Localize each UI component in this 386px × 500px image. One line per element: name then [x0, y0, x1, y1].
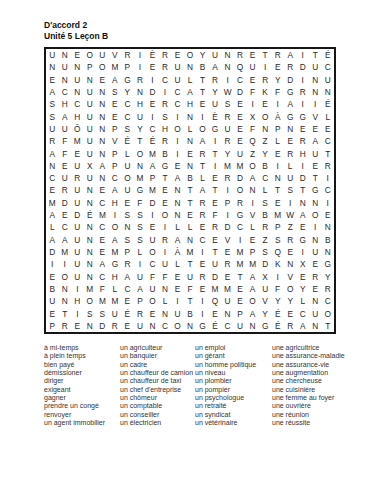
grid-cell: R — [259, 74, 272, 86]
grid-cell: E — [296, 221, 309, 233]
grid-cell: M — [146, 184, 159, 196]
word-list-column: un agriculteurun banquierun cadreun chau… — [120, 344, 195, 427]
grid-cell: E — [146, 221, 159, 233]
grid-cell: I — [296, 98, 309, 110]
grid-cell: E — [46, 184, 59, 196]
grid-cell: L — [184, 74, 197, 86]
grid-cell: C — [146, 258, 159, 270]
grid-cell: D — [259, 258, 272, 270]
grid-cell: Y — [259, 147, 272, 159]
word-item: démissioner — [44, 369, 120, 377]
grid-cell: U — [321, 74, 334, 86]
grid-cell: M — [109, 246, 122, 258]
grid-cell: Z — [259, 234, 272, 246]
grid-cell: V — [109, 49, 122, 61]
grid-cell: N — [84, 258, 97, 270]
grid-cell: U — [134, 320, 147, 332]
grid-cell: A — [96, 258, 109, 270]
grid-cell: U — [59, 172, 72, 184]
grid-cell: D — [146, 86, 159, 98]
grid-cell: R — [296, 135, 309, 147]
grid-cell: G — [309, 184, 322, 196]
grid-cell: U — [146, 234, 159, 246]
grid-cell: N — [309, 320, 322, 332]
grid-cell: R — [309, 270, 322, 282]
grid-cell: N — [259, 123, 272, 135]
grid-cell: R — [259, 221, 272, 233]
grid-cell: E — [234, 295, 247, 307]
grid-cell: N — [171, 209, 184, 221]
grid-cell: R — [196, 147, 209, 159]
grid-cell: C — [234, 74, 247, 86]
grid-cell: S — [121, 209, 134, 221]
grid-cell: U — [209, 258, 222, 270]
word-list-column: à mi-tempsà plein tempsbien payédémissio… — [44, 344, 120, 427]
grid-cell: A — [296, 209, 309, 221]
grid-cell: E — [96, 234, 109, 246]
grid-cell: C — [296, 307, 309, 319]
grid-cell: E — [271, 197, 284, 209]
grid-cell: G — [321, 258, 334, 270]
grid-cell: E — [196, 258, 209, 270]
word-item: un homme politique — [195, 361, 272, 369]
grid-cell: M — [46, 197, 59, 209]
grid-cell: A — [46, 234, 59, 246]
grid-cell: U — [46, 49, 59, 61]
word-item: gagner — [44, 394, 120, 402]
grid-cell: T — [259, 49, 272, 61]
grid-cell: O — [96, 61, 109, 73]
grid-cell: E — [209, 307, 222, 319]
grid-cell: S — [46, 98, 59, 110]
grid-cell: F — [134, 197, 147, 209]
grid-cell: E — [71, 49, 84, 61]
grid-cell: H — [159, 123, 172, 135]
grid-cell: C — [59, 221, 72, 233]
grid-cell: X — [246, 111, 259, 123]
grid-cell: N — [321, 221, 334, 233]
grid-cell: E — [296, 270, 309, 282]
word-item: une augmentation — [272, 369, 384, 377]
grid-cell: T — [196, 160, 209, 172]
grid-cell: D — [234, 172, 247, 184]
grid-cell: A — [184, 86, 197, 98]
grid-cell: O — [259, 111, 272, 123]
grid-cell: U — [59, 123, 72, 135]
grid-cell: N — [171, 184, 184, 196]
grid-cell: O — [59, 270, 72, 282]
grid-cell: R — [134, 307, 147, 319]
grid-cell: C — [46, 172, 59, 184]
grid-cell: I — [321, 172, 334, 184]
grid-cell: E — [234, 135, 247, 147]
grid-cell: F — [96, 283, 109, 295]
grid-cell: X — [84, 160, 97, 172]
grid-cell: L — [271, 135, 284, 147]
grid-cell: T — [234, 270, 247, 282]
grid-cell: D — [296, 172, 309, 184]
grid-cell: O — [146, 246, 159, 258]
grid-cell: S — [284, 184, 297, 196]
grid-cell: L — [134, 246, 147, 258]
grid-cell: U — [121, 160, 134, 172]
word-item: une ouvrière — [272, 402, 384, 410]
grid-cell: I — [259, 61, 272, 73]
grid-cell: G — [284, 111, 297, 123]
grid-cell: N — [46, 61, 59, 73]
grid-cell: N — [46, 160, 59, 172]
grid-cell: N — [171, 197, 184, 209]
grid-cell: U — [246, 61, 259, 73]
word-item: une femme au foyer — [272, 394, 384, 402]
grid-cell: E — [121, 295, 134, 307]
grid-cell: E — [46, 74, 59, 86]
grid-cell: H — [71, 111, 84, 123]
grid-cell: U — [159, 258, 172, 270]
grid-cell: S — [46, 111, 59, 123]
word-item: un banquier — [120, 352, 195, 360]
grid-cell: À — [271, 111, 284, 123]
grid-cell: T — [184, 184, 197, 196]
grid-cell: O — [196, 123, 209, 135]
grid-cell: M — [221, 283, 234, 295]
word-list: à mi-tempsà plein tempsbien payédémissio… — [44, 344, 384, 427]
grid-cell: N — [96, 86, 109, 98]
grid-cell: E — [284, 307, 297, 319]
grid-cell: I — [159, 86, 172, 98]
grid-cell: F — [146, 270, 159, 282]
grid-cell: R — [284, 234, 297, 246]
grid-cell: U — [134, 111, 147, 123]
grid-cell: U — [84, 172, 97, 184]
grid-cell: G — [109, 258, 122, 270]
grid-cell: E — [234, 98, 247, 110]
grid-cell: A — [109, 234, 122, 246]
grid-cell: R — [159, 98, 172, 110]
grid-cell: E — [284, 246, 297, 258]
grid-cell: E — [246, 74, 259, 86]
grid-cell: C — [96, 197, 109, 209]
word-item: un vétérinaire — [195, 419, 272, 427]
grid-cell: N — [96, 123, 109, 135]
word-item: un cadre — [120, 361, 195, 369]
grid-cell: E — [59, 160, 72, 172]
grid-cell: U — [171, 74, 184, 86]
word-item: diriger — [44, 377, 120, 385]
grid-cell: A — [296, 320, 309, 332]
grid-cell: P — [121, 246, 134, 258]
word-item: un électricien — [120, 419, 195, 427]
grid-cell: E — [221, 270, 234, 282]
grid-cell: A — [46, 86, 59, 98]
grid-cell: O — [246, 160, 259, 172]
grid-cell: S — [134, 209, 147, 221]
grid-cell: O — [171, 320, 184, 332]
grid-cell: I — [171, 295, 184, 307]
grid-cell: L — [259, 184, 272, 196]
grid-cell: T — [209, 147, 222, 159]
grid-cell: R — [196, 209, 209, 221]
grid-cell: I — [171, 135, 184, 147]
grid-cell: O — [134, 147, 147, 159]
grid-cell: È — [146, 49, 159, 61]
grid-cell: E — [209, 197, 222, 209]
grid-cell: R — [209, 221, 222, 233]
grid-cell: E — [159, 184, 172, 196]
grid-cell: Y — [121, 86, 134, 98]
word-item: une réunion — [272, 411, 384, 419]
grid-cell: O — [121, 172, 134, 184]
grid-cell: C — [146, 123, 159, 135]
grid-cell: L — [284, 160, 297, 172]
grid-cell: N — [96, 135, 109, 147]
word-list-column: un emploiun gérantun homme politiqueun n… — [195, 344, 272, 427]
grid-cell: U — [84, 111, 97, 123]
grid-cell: N — [309, 74, 322, 86]
word-item: un chauffeur de camion — [120, 369, 195, 377]
grid-cell: M — [209, 283, 222, 295]
grid-cell: C — [71, 98, 84, 110]
grid-cell: E — [46, 307, 59, 319]
grid-cell: D — [146, 197, 159, 209]
grid-cell: E — [309, 258, 322, 270]
grid-cell: R — [196, 197, 209, 209]
grid-cell: I — [146, 209, 159, 221]
grid-cell: E — [59, 209, 72, 221]
grid-cell: M — [84, 283, 97, 295]
grid-cell: F — [159, 270, 172, 282]
grid-cell: E — [96, 74, 109, 86]
grid-cell: T — [296, 184, 309, 196]
grid-cell: R — [221, 258, 234, 270]
grid-cell: U — [209, 98, 222, 110]
grid-cell: I — [309, 221, 322, 233]
grid-cell: O — [321, 307, 334, 319]
grid-cell: G — [134, 184, 147, 196]
grid-cell: G — [296, 111, 309, 123]
grid-cell: T — [134, 135, 147, 147]
grid-cell: N — [134, 86, 147, 98]
grid-cell: R — [284, 320, 297, 332]
grid-cell: A — [46, 209, 59, 221]
grid-cell: I — [159, 246, 172, 258]
grid-cell: A — [246, 307, 259, 319]
grid-cell: E — [259, 98, 272, 110]
grid-cell: E — [171, 270, 184, 282]
grid-cell: M — [146, 147, 159, 159]
grid-cell: K — [259, 86, 272, 98]
grid-cell: U — [71, 74, 84, 86]
grid-cell: A — [59, 234, 72, 246]
grid-cell: U — [309, 307, 322, 319]
grid-cell: N — [221, 49, 234, 61]
grid-cell: T — [159, 172, 172, 184]
grid-cell: E — [234, 111, 247, 123]
grid-cell: D — [284, 74, 297, 86]
grid-cell: U — [59, 61, 72, 73]
grid-cell: I — [309, 98, 322, 110]
grid-cell: O — [246, 295, 259, 307]
word-item: un chef d'entreprise — [120, 386, 195, 394]
word-item: un agriculteur — [120, 344, 195, 352]
word-item: un niveau — [195, 369, 272, 377]
grid-cell: A — [146, 160, 159, 172]
grid-cell: N — [84, 74, 97, 86]
grid-cell: L — [246, 221, 259, 233]
grid-cell: R — [121, 258, 134, 270]
word-item: un pompier — [195, 386, 272, 394]
worksheet-page: D'accord 2 Unité 5 Leçon B UNEOUVRIÈREOY… — [0, 0, 386, 500]
grid-cell: M — [109, 295, 122, 307]
grid-cell: E — [234, 123, 247, 135]
grid-cell: S — [134, 234, 147, 246]
grid-cell: Y — [259, 307, 272, 319]
grid-cell: E — [109, 111, 122, 123]
grid-cell: C — [234, 221, 247, 233]
grid-cell: E — [321, 123, 334, 135]
grid-cell: É — [121, 135, 134, 147]
grid-cell: N — [59, 283, 72, 295]
grid-cell: E — [184, 147, 197, 159]
word-item: un retraité — [195, 402, 272, 410]
grid-cell: Y — [284, 295, 297, 307]
grid-cell: U — [234, 320, 247, 332]
grid-cell: H — [109, 197, 122, 209]
grid-cell: N — [284, 258, 297, 270]
grid-cell: N — [309, 234, 322, 246]
grid-cell: A — [109, 74, 122, 86]
grid-cell: N — [134, 160, 147, 172]
grid-cell: R — [284, 61, 297, 73]
grid-cell: F — [271, 86, 284, 98]
grid-cell: A — [196, 184, 209, 196]
grid-cell: E — [171, 283, 184, 295]
grid-cell: I — [321, 197, 334, 209]
worksheet-subtitle: Unité 5 Leçon B — [44, 31, 108, 42]
grid-cell: T — [184, 258, 197, 270]
grid-cell: R — [221, 172, 234, 184]
grid-cell: D — [209, 270, 222, 282]
grid-cell: U — [96, 49, 109, 61]
grid-cell: E — [146, 307, 159, 319]
grid-cell: U — [146, 283, 159, 295]
grid-cell: T — [59, 307, 72, 319]
grid-cell: A — [171, 234, 184, 246]
grid-cell: C — [321, 295, 334, 307]
grid-cell: U — [284, 172, 297, 184]
grid-cell: F — [246, 123, 259, 135]
grid-cell: E — [184, 209, 197, 221]
grid-cell: S — [159, 111, 172, 123]
grid-cell: E — [171, 49, 184, 61]
grid-cell: U — [84, 135, 97, 147]
grid-cell: Y — [196, 49, 209, 61]
grid-cell: E — [146, 61, 159, 73]
grid-cell: T — [184, 295, 197, 307]
grid-cell: R — [209, 74, 222, 86]
grid-cell: E — [284, 135, 297, 147]
grid-cell: S — [134, 221, 147, 233]
grid-cell: T — [309, 49, 322, 61]
grid-cell: I — [209, 135, 222, 147]
grid-cell: É — [271, 320, 284, 332]
grid-cell: N — [59, 49, 72, 61]
grid-cell: A — [309, 135, 322, 147]
grid-cell: A — [284, 49, 297, 61]
word-item: un agent immobilier — [44, 419, 120, 427]
grid-cell: U — [71, 184, 84, 196]
grid-cell: C — [109, 172, 122, 184]
grid-cell: M — [59, 246, 72, 258]
grid-cell: U — [46, 123, 59, 135]
grid-cell: N — [184, 111, 197, 123]
grid-cell: D — [46, 246, 59, 258]
grid-cell: N — [84, 246, 97, 258]
grid-cell: M — [96, 209, 109, 221]
grid-cell: Z — [259, 135, 272, 147]
grid-cell: U — [209, 49, 222, 61]
grid-cell: W — [284, 209, 297, 221]
grid-cell: X — [259, 270, 272, 282]
grid-cell: U — [221, 123, 234, 135]
grid-cell: R — [121, 49, 134, 61]
grid-cell: E — [96, 246, 109, 258]
grid-cell: U — [84, 123, 97, 135]
grid-cell: N — [246, 184, 259, 196]
grid-cell: S — [271, 234, 284, 246]
grid-cell: A — [46, 147, 59, 159]
grid-cell: R — [196, 270, 209, 282]
grid-cell: À — [171, 246, 184, 258]
grid-cell: N — [309, 295, 322, 307]
grid-cell: È — [209, 111, 222, 123]
grid-cell: R — [59, 320, 72, 332]
grid-cell: U — [71, 246, 84, 258]
grid-cell: S — [121, 234, 134, 246]
grid-cell: C — [196, 234, 209, 246]
grid-cell: F — [184, 283, 197, 295]
grid-cell: D — [234, 86, 247, 98]
grid-cell: A — [284, 98, 297, 110]
grid-cell: I — [71, 307, 84, 319]
grid-cell: Z — [246, 147, 259, 159]
grid-cell: I — [221, 74, 234, 86]
grid-cell: I — [146, 111, 159, 123]
grid-cell: U — [221, 295, 234, 307]
grid-cell: A — [96, 160, 109, 172]
grid-cell: M — [109, 61, 122, 73]
grid-cell: C — [259, 172, 272, 184]
grid-cell: N — [59, 74, 72, 86]
grid-cell: L — [121, 147, 134, 159]
grid-cell: P — [109, 123, 122, 135]
grid-cell: S — [96, 307, 109, 319]
grid-cell: W — [221, 86, 234, 98]
grid-cell: G — [159, 160, 172, 172]
worksheet-title: D'accord 2 — [44, 20, 108, 31]
grid-cell: P — [221, 197, 234, 209]
word-item: une cuisinière — [272, 386, 384, 394]
grid-cell: H — [296, 147, 309, 159]
grid-cell: A — [196, 135, 209, 147]
grid-cell: A — [121, 270, 134, 282]
word-item: une agricultrice — [272, 344, 384, 352]
word-item: prendre un congé — [44, 402, 120, 410]
grid-cell: Z — [284, 221, 297, 233]
grid-cell: N — [84, 197, 97, 209]
grid-cell: E — [209, 234, 222, 246]
grid-cell: I — [271, 160, 284, 172]
